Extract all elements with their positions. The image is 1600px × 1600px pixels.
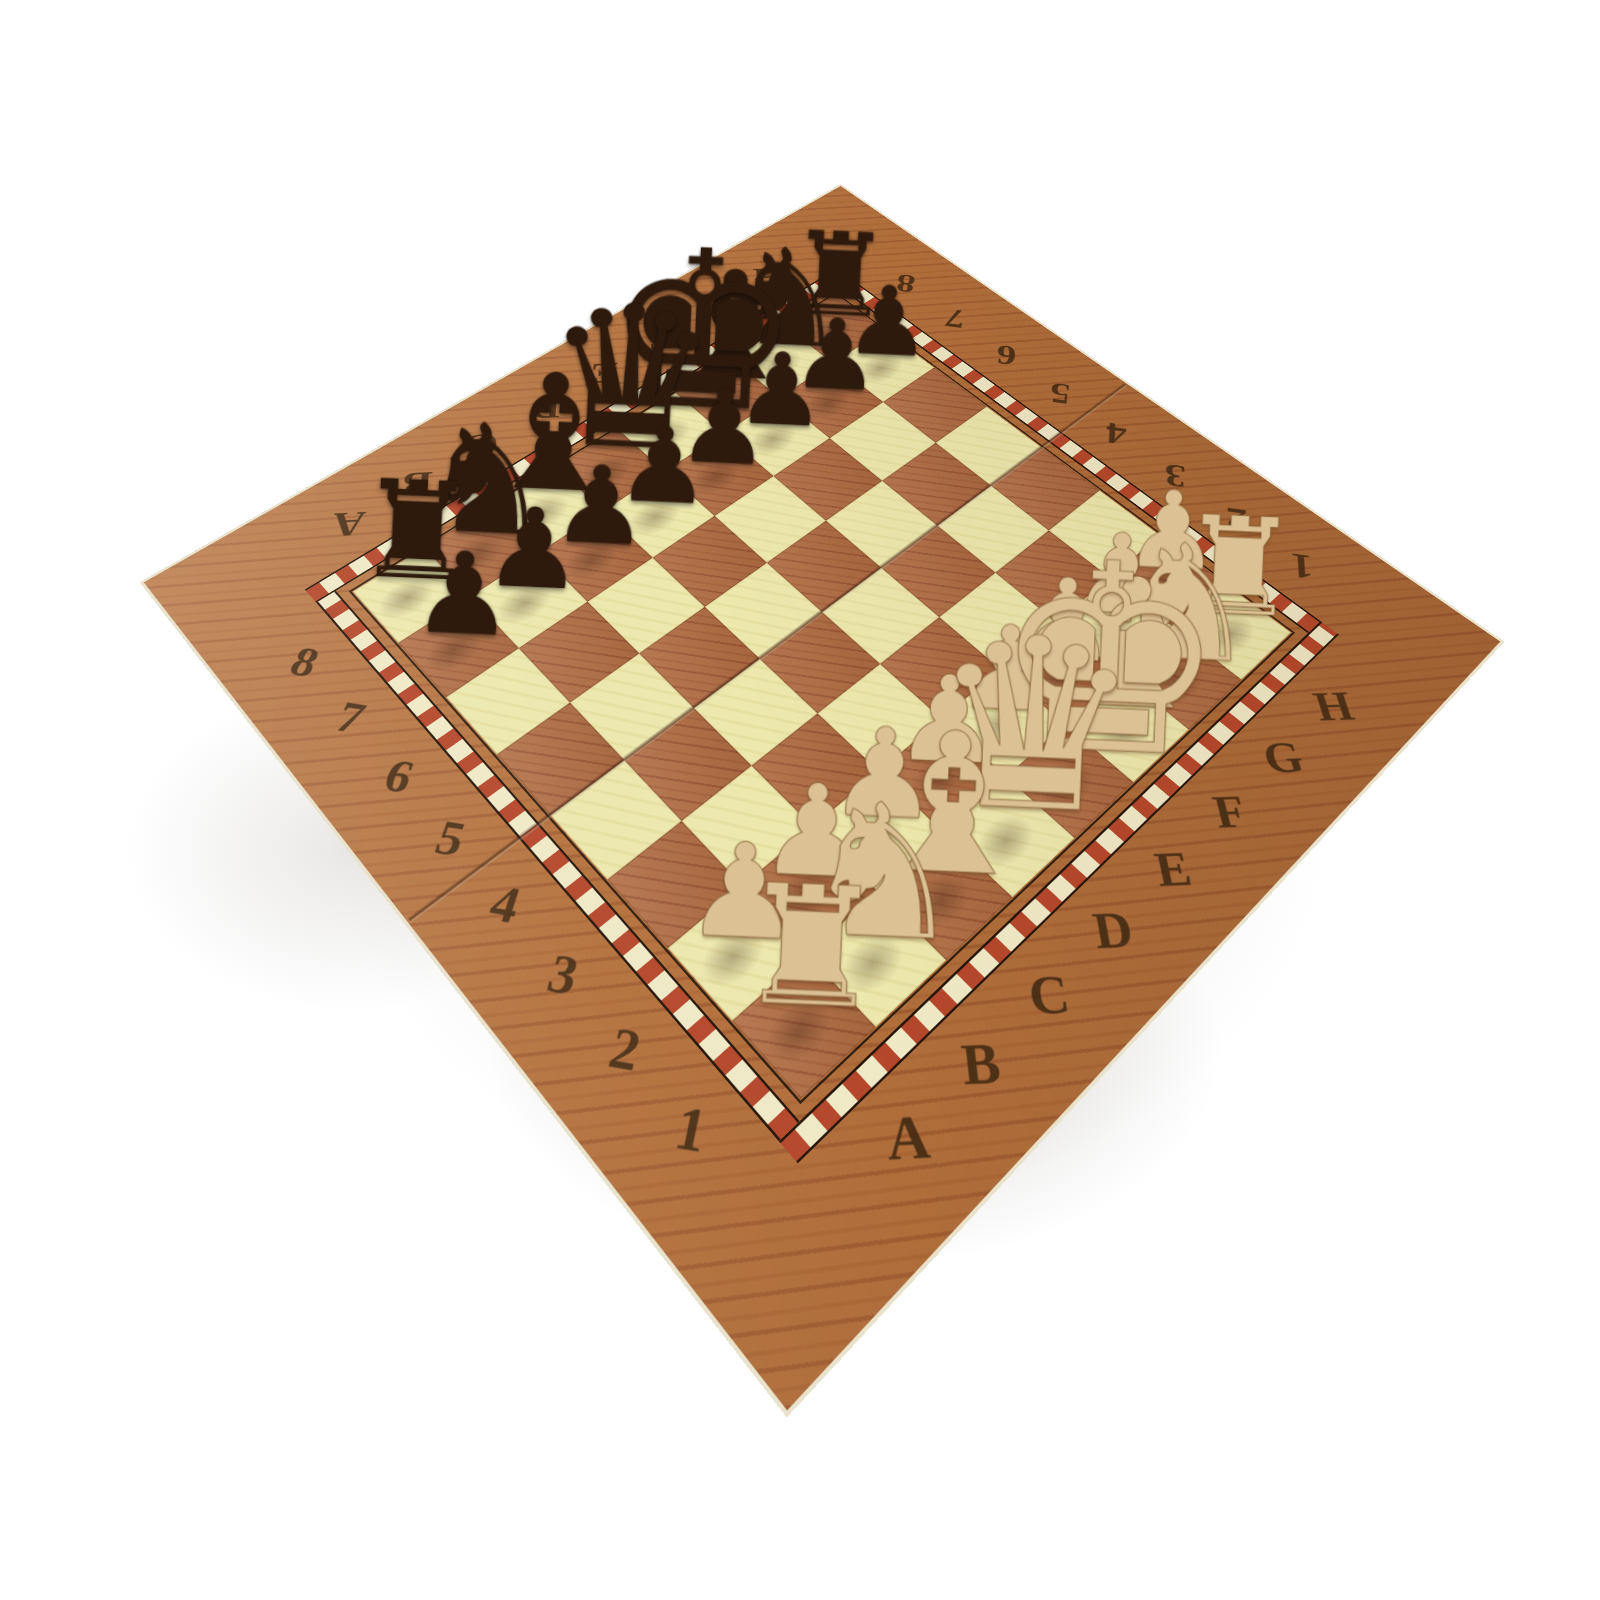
label-text: 4 <box>1105 415 1127 452</box>
label-text: H <box>752 262 784 292</box>
label-text: 5 <box>1048 376 1071 412</box>
label-text: 7 <box>943 302 966 334</box>
label-text: 6 <box>994 338 1017 372</box>
label-text: F <box>649 324 674 357</box>
product-photo-canvas: { "game": "chess", "scene": { "descripti… <box>0 0 1600 1600</box>
pieces-layer: ♜♞♝♛♚♝♞♜♟♟♟♟♟♟♟♟♟♟♟♟♟♟♟♟♜♞♝♛♚♝♞♜ <box>144 186 1500 1410</box>
label-text: D <box>529 391 561 427</box>
label-text: E <box>590 357 618 391</box>
white-rook-glyph: ♜ <box>709 866 912 1032</box>
label-text: G <box>700 292 732 323</box>
chess-board-box-lid: ABCDEFGHABCDEFGH8765432187654321 ♜♞♝♛♚♝♞… <box>144 186 1500 1410</box>
black-pawn-glyph: ♟ <box>379 537 548 652</box>
